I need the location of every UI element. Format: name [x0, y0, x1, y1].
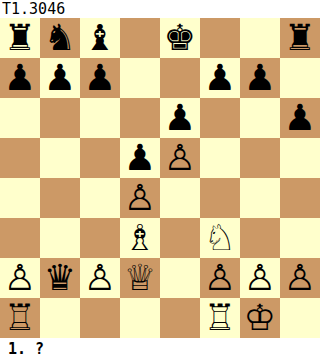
square-b1[interactable] [40, 298, 80, 338]
piece-black-pawn[interactable]: ♟ [44, 58, 76, 98]
piece-black-knight[interactable]: ♞ [44, 18, 76, 58]
square-c7[interactable]: ♟ [80, 58, 120, 98]
piece-black-pawn[interactable]: ♟ [204, 58, 236, 98]
square-h2[interactable]: ♙ [280, 258, 320, 298]
square-d8[interactable] [120, 18, 160, 58]
square-b7[interactable]: ♟ [40, 58, 80, 98]
square-f1[interactable]: ♖ [200, 298, 240, 338]
square-g8[interactable] [240, 18, 280, 58]
square-b5[interactable] [40, 138, 80, 178]
square-g4[interactable] [240, 178, 280, 218]
square-g3[interactable] [240, 218, 280, 258]
chess-board: ♜♞♝♚♜♟♟♟♟♟♟♟♟♙♙♗♘♙♛♙♕♙♙♙♖♖♔ [0, 18, 320, 338]
piece-white-pawn[interactable]: ♙ [124, 178, 156, 218]
square-e5[interactable]: ♙ [160, 138, 200, 178]
square-g2[interactable]: ♙ [240, 258, 280, 298]
square-g1[interactable]: ♔ [240, 298, 280, 338]
piece-white-queen[interactable]: ♕ [124, 258, 156, 298]
square-c2[interactable]: ♙ [80, 258, 120, 298]
piece-white-rook[interactable]: ♖ [204, 298, 236, 338]
move-prompt: 1. ? [0, 338, 320, 360]
square-d7[interactable] [120, 58, 160, 98]
square-g6[interactable] [240, 98, 280, 138]
square-f4[interactable] [200, 178, 240, 218]
square-d3[interactable]: ♗ [120, 218, 160, 258]
square-h8[interactable]: ♜ [280, 18, 320, 58]
piece-white-pawn[interactable]: ♙ [4, 258, 36, 298]
square-a5[interactable] [0, 138, 40, 178]
square-d2[interactable]: ♕ [120, 258, 160, 298]
square-d6[interactable] [120, 98, 160, 138]
piece-white-pawn[interactable]: ♙ [204, 258, 236, 298]
piece-white-pawn[interactable]: ♙ [84, 258, 116, 298]
square-d4[interactable]: ♙ [120, 178, 160, 218]
square-e7[interactable] [160, 58, 200, 98]
square-d5[interactable]: ♟ [120, 138, 160, 178]
square-e8[interactable]: ♚ [160, 18, 200, 58]
square-b6[interactable] [40, 98, 80, 138]
square-f6[interactable] [200, 98, 240, 138]
square-d1[interactable] [120, 298, 160, 338]
square-f2[interactable]: ♙ [200, 258, 240, 298]
square-e6[interactable]: ♟ [160, 98, 200, 138]
piece-white-king[interactable]: ♔ [244, 298, 276, 338]
square-a3[interactable] [0, 218, 40, 258]
piece-white-pawn[interactable]: ♙ [164, 138, 196, 178]
square-a4[interactable] [0, 178, 40, 218]
piece-black-pawn[interactable]: ♟ [4, 58, 36, 98]
square-a7[interactable]: ♟ [0, 58, 40, 98]
square-g7[interactable]: ♟ [240, 58, 280, 98]
square-h3[interactable] [280, 218, 320, 258]
square-e1[interactable] [160, 298, 200, 338]
square-b4[interactable] [40, 178, 80, 218]
piece-white-bishop[interactable]: ♗ [124, 218, 156, 258]
square-c5[interactable] [80, 138, 120, 178]
piece-black-pawn[interactable]: ♟ [244, 58, 276, 98]
square-c4[interactable] [80, 178, 120, 218]
square-b8[interactable]: ♞ [40, 18, 80, 58]
piece-black-queen[interactable]: ♛ [44, 258, 76, 298]
piece-black-pawn[interactable]: ♟ [164, 98, 196, 138]
square-f3[interactable]: ♘ [200, 218, 240, 258]
piece-white-rook[interactable]: ♖ [4, 298, 36, 338]
square-a2[interactable]: ♙ [0, 258, 40, 298]
puzzle-title: T1.3046 [0, 0, 320, 18]
square-h5[interactable] [280, 138, 320, 178]
piece-white-pawn[interactable]: ♙ [244, 258, 276, 298]
square-e2[interactable] [160, 258, 200, 298]
piece-black-pawn[interactable]: ♟ [84, 58, 116, 98]
square-b2[interactable]: ♛ [40, 258, 80, 298]
square-a8[interactable]: ♜ [0, 18, 40, 58]
square-h7[interactable] [280, 58, 320, 98]
square-b3[interactable] [40, 218, 80, 258]
square-e3[interactable] [160, 218, 200, 258]
square-h6[interactable]: ♟ [280, 98, 320, 138]
piece-white-knight[interactable]: ♘ [204, 218, 236, 258]
square-h4[interactable] [280, 178, 320, 218]
square-e4[interactable] [160, 178, 200, 218]
piece-white-pawn[interactable]: ♙ [284, 258, 316, 298]
square-a6[interactable] [0, 98, 40, 138]
square-c3[interactable] [80, 218, 120, 258]
square-c6[interactable] [80, 98, 120, 138]
piece-black-rook[interactable]: ♜ [284, 18, 316, 58]
square-c1[interactable] [80, 298, 120, 338]
piece-black-pawn[interactable]: ♟ [284, 98, 316, 138]
square-f7[interactable]: ♟ [200, 58, 240, 98]
square-f5[interactable] [200, 138, 240, 178]
square-c8[interactable]: ♝ [80, 18, 120, 58]
piece-black-bishop[interactable]: ♝ [84, 18, 116, 58]
square-h1[interactable] [280, 298, 320, 338]
square-f8[interactable] [200, 18, 240, 58]
piece-black-rook[interactable]: ♜ [4, 18, 36, 58]
piece-black-king[interactable]: ♚ [164, 18, 196, 58]
square-g5[interactable] [240, 138, 280, 178]
piece-black-pawn[interactable]: ♟ [124, 138, 156, 178]
square-a1[interactable]: ♖ [0, 298, 40, 338]
